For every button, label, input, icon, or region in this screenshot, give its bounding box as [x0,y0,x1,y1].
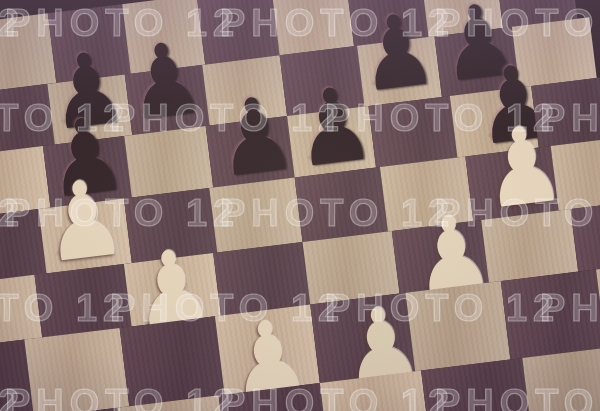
square-c4[interactable]: ♟ [124,253,221,326]
square-h5[interactable] [551,136,600,211]
square-g3[interactable] [501,269,600,359]
square-e6[interactable]: ♟ [287,106,376,178]
square-e3[interactable]: ♟ [310,293,415,383]
square-c6[interactable] [124,126,213,198]
square-b4[interactable] [35,264,132,337]
chessboard-photo: ♟♟♟♟♟♟♟♟♟♟♟♟♟♟ PHOTO 12PHOTO 12PHOTO 12P… [0,0,600,411]
square-f6[interactable] [368,96,457,168]
square-d6[interactable]: ♟ [206,116,295,188]
chess-board: ♟♟♟♟♟♟♟♟♟♟♟♟♟♟ [0,0,600,411]
square-b5[interactable]: ♟ [39,198,132,273]
black-pawn-f7[interactable]: ♟ [355,13,439,94]
square-c3[interactable] [120,316,225,406]
black-pawn-e6[interactable]: ♟ [291,85,377,168]
white-pawn-b5[interactable]: ♟ [39,179,128,264]
black-pawn-c7[interactable]: ♟ [123,41,207,122]
square-d3[interactable]: ♟ [215,304,320,394]
square-d5[interactable] [209,177,302,252]
square-f7[interactable]: ♟ [357,36,442,106]
black-pawn-d6[interactable]: ♟ [212,94,298,177]
square-b3[interactable] [24,328,129,411]
square-g4[interactable] [481,209,578,282]
square-e5[interactable] [295,167,388,242]
square-d8[interactable] [197,0,280,65]
square-f3[interactable] [405,281,510,371]
square-c7[interactable]: ♟ [125,65,210,135]
